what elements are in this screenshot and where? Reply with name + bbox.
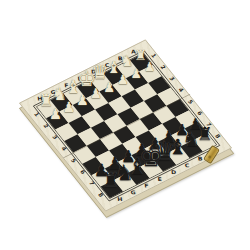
- coord-rank-left-3: 3: [51, 135, 58, 141]
- coord-rank-right-8: 8: [214, 134, 221, 140]
- coord-file-top-G: G: [50, 90, 55, 95]
- chess-set-photo: 1122334455667788HHGGFFEEDDCCBBAA ♜♞♝♛♚♝♞…: [0, 0, 250, 250]
- playing-area: [36, 53, 217, 199]
- coord-rank-right-2: 2: [158, 65, 165, 71]
- coord-rank-right-4: 4: [177, 88, 184, 94]
- coord-file-bottom-C: C: [184, 163, 189, 168]
- coord-file-top-D: D: [91, 70, 97, 75]
- coord-file-bottom-F: F: [144, 184, 149, 189]
- coord-rank-right-6: 6: [195, 111, 202, 117]
- coord-file-top-B: B: [118, 56, 123, 61]
- coord-file-top-H: H: [37, 97, 43, 102]
- coord-rank-left-2: 2: [41, 123, 48, 129]
- coord-rank-left-7: 7: [87, 181, 94, 187]
- coord-file-bottom-G: G: [130, 190, 135, 195]
- coord-rank-right-7: 7: [204, 122, 211, 128]
- coord-file-top-E: E: [78, 76, 83, 81]
- coord-rank-right-5: 5: [186, 99, 193, 105]
- coord-rank-left-5: 5: [69, 158, 76, 164]
- coord-rank-left-8: 8: [97, 193, 104, 199]
- chess-board: 1122334455667788HHGGFFEEDDCCBBAA: [19, 40, 232, 212]
- coord-rank-left-6: 6: [78, 170, 85, 176]
- coord-file-bottom-H: H: [117, 197, 123, 202]
- coord-file-top-F: F: [64, 83, 69, 88]
- coord-rank-left-1: 1: [32, 112, 39, 118]
- coord-file-bottom-E: E: [158, 177, 163, 182]
- coord-file-top-C: C: [104, 63, 109, 68]
- coord-file-top-A: A: [131, 49, 136, 54]
- coord-rank-right-1: 1: [149, 53, 156, 59]
- coord-file-bottom-D: D: [171, 170, 177, 175]
- coord-rank-right-3: 3: [168, 76, 175, 82]
- coord-file-bottom-B: B: [198, 157, 203, 162]
- coord-rank-left-4: 4: [60, 146, 67, 152]
